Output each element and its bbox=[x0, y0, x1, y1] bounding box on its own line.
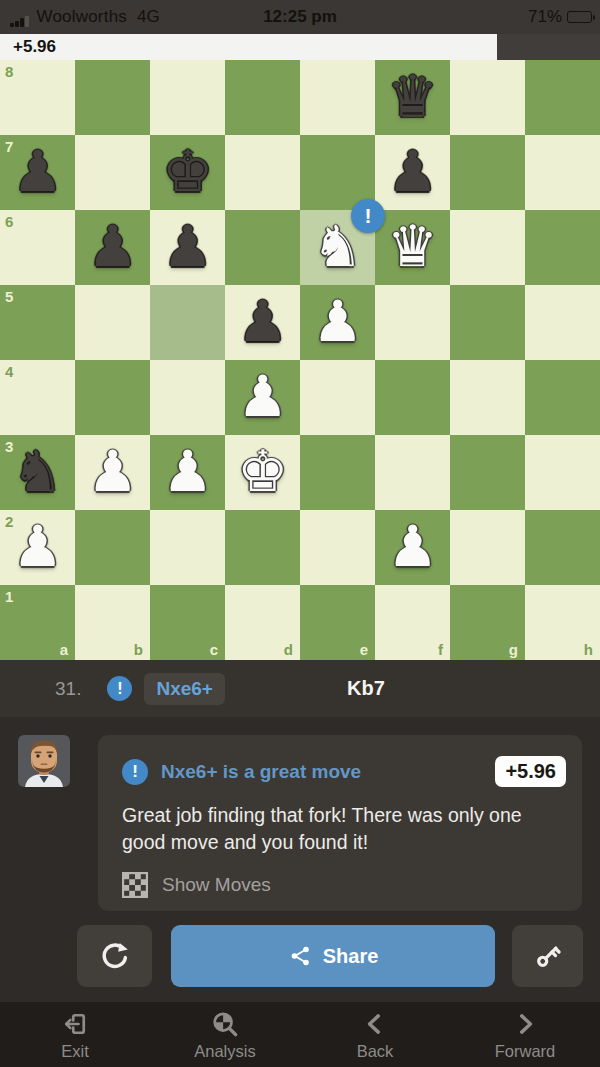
status-bar: Woolworths 4G 12:25 pm 71% bbox=[0, 0, 600, 34]
app-screen: Woolworths 4G 12:25 pm 71% +5.96 8♛♟7♚♟6… bbox=[0, 0, 600, 1067]
square-h8[interactable] bbox=[525, 60, 600, 135]
piece-black-pawn[interactable]: ♟ bbox=[75, 210, 150, 285]
square-f3[interactable] bbox=[375, 435, 450, 510]
square-d4[interactable]: ♟ bbox=[225, 360, 300, 435]
square-h5[interactable] bbox=[525, 285, 600, 360]
square-h7[interactable] bbox=[525, 135, 600, 210]
square-d7[interactable] bbox=[225, 135, 300, 210]
square-e2[interactable] bbox=[300, 510, 375, 585]
square-f1[interactable]: f bbox=[375, 585, 450, 660]
square-g6[interactable] bbox=[450, 210, 525, 285]
battery-icon bbox=[567, 11, 592, 23]
square-b7[interactable] bbox=[75, 135, 150, 210]
file-label-d: d bbox=[284, 641, 293, 658]
rank-label-6: 6 bbox=[5, 213, 13, 230]
action-buttons: Share bbox=[0, 925, 600, 987]
key-button[interactable] bbox=[512, 925, 583, 987]
coach-title: Nxe6+ is a great move bbox=[161, 761, 361, 783]
square-c7[interactable]: ♚ bbox=[150, 135, 225, 210]
square-a5[interactable]: 5 bbox=[0, 285, 75, 360]
key-icon bbox=[533, 941, 563, 971]
square-g4[interactable] bbox=[450, 360, 525, 435]
square-c4[interactable] bbox=[150, 360, 225, 435]
piece-white-pawn[interactable]: ♟ bbox=[375, 510, 450, 585]
mini-board-icon bbox=[122, 872, 148, 898]
great-move-badge-icon: ! bbox=[351, 199, 385, 233]
square-e1[interactable]: e bbox=[300, 585, 375, 660]
coach-panel: ! Nxe6+ is a great move +5.96 Great job … bbox=[0, 717, 600, 1002]
square-b4[interactable] bbox=[75, 360, 150, 435]
coach-avatar bbox=[18, 735, 70, 787]
square-b8[interactable] bbox=[75, 60, 150, 135]
nav-forward-label: Forward bbox=[495, 1042, 556, 1061]
move-bar: 31. ! Nxe6+ Kb7 bbox=[0, 660, 600, 717]
clock-label: 12:25 pm bbox=[0, 7, 600, 27]
square-h3[interactable] bbox=[525, 435, 600, 510]
square-d5[interactable]: ♟ bbox=[225, 285, 300, 360]
square-e8[interactable] bbox=[300, 60, 375, 135]
square-h4[interactable] bbox=[525, 360, 600, 435]
square-f2[interactable]: ♟ bbox=[375, 510, 450, 585]
file-label-h: h bbox=[584, 641, 593, 658]
square-g5[interactable] bbox=[450, 285, 525, 360]
file-label-g: g bbox=[509, 641, 518, 658]
rank-label-7: 7 bbox=[5, 138, 13, 155]
coach-card: ! Nxe6+ is a great move +5.96 Great job … bbox=[98, 735, 582, 911]
nav-analysis-label: Analysis bbox=[194, 1042, 255, 1061]
rank-label-3: 3 bbox=[5, 438, 13, 455]
square-a2[interactable]: ♟2 bbox=[0, 510, 75, 585]
square-d2[interactable] bbox=[225, 510, 300, 585]
retry-icon bbox=[99, 940, 131, 972]
square-g8[interactable] bbox=[450, 60, 525, 135]
square-c2[interactable] bbox=[150, 510, 225, 585]
square-e3[interactable] bbox=[300, 435, 375, 510]
square-b1[interactable]: b bbox=[75, 585, 150, 660]
file-label-b: b bbox=[134, 641, 143, 658]
evaluation-bar-white: +5.96 bbox=[0, 34, 497, 60]
file-label-c: c bbox=[210, 641, 218, 658]
piece-black-pawn[interactable]: ♟ bbox=[225, 285, 300, 360]
square-h6[interactable] bbox=[525, 210, 600, 285]
square-a4[interactable]: 4 bbox=[0, 360, 75, 435]
board-area: 8♛♟7♚♟6♟♟♞♛5♟♟4♟♞3♟♟♚♟2♟1abcdefgh ! bbox=[0, 60, 600, 660]
nav-exit[interactable]: Exit bbox=[0, 1002, 150, 1067]
share-icon bbox=[288, 944, 312, 968]
piece-white-pawn[interactable]: ♟ bbox=[150, 435, 225, 510]
square-e4[interactable] bbox=[300, 360, 375, 435]
square-f4[interactable] bbox=[375, 360, 450, 435]
piece-white-pawn[interactable]: ♟ bbox=[300, 285, 375, 360]
share-label: Share bbox=[323, 945, 379, 968]
square-d1[interactable]: d bbox=[225, 585, 300, 660]
evaluation-value: +5.96 bbox=[13, 37, 56, 57]
chess-board: 8♛♟7♚♟6♟♟♞♛5♟♟4♟♞3♟♟♚♟2♟1abcdefgh bbox=[0, 60, 600, 660]
great-move-icon: ! bbox=[122, 759, 148, 785]
square-h1[interactable]: h bbox=[525, 585, 600, 660]
square-d6[interactable] bbox=[225, 210, 300, 285]
move-white[interactable]: Nxe6+ bbox=[144, 673, 225, 705]
file-label-f: f bbox=[438, 641, 443, 658]
coach-message: Great job finding that fork! There was o… bbox=[122, 802, 566, 856]
nav-back[interactable]: Back bbox=[300, 1002, 450, 1067]
exit-icon bbox=[61, 1009, 89, 1039]
rank-label-8: 8 bbox=[5, 63, 13, 80]
square-f5[interactable] bbox=[375, 285, 450, 360]
square-b5[interactable] bbox=[75, 285, 150, 360]
piece-white-pawn[interactable]: ♟ bbox=[75, 435, 150, 510]
bottom-nav: Exit Analysis Back bbox=[0, 1002, 600, 1067]
square-c8[interactable] bbox=[150, 60, 225, 135]
nav-back-label: Back bbox=[357, 1042, 394, 1061]
file-label-a: a bbox=[60, 641, 68, 658]
square-a3[interactable]: ♞3 bbox=[0, 435, 75, 510]
analysis-icon bbox=[210, 1009, 240, 1039]
square-a1[interactable]: 1a bbox=[0, 585, 75, 660]
piece-black-pawn[interactable]: ♟ bbox=[150, 210, 225, 285]
square-f6[interactable]: ♛ bbox=[375, 210, 450, 285]
eval-score-badge: +5.96 bbox=[495, 756, 566, 787]
piece-white-king[interactable]: ♚ bbox=[225, 435, 300, 510]
square-a8[interactable]: 8 bbox=[0, 60, 75, 135]
show-moves-button[interactable]: Show Moves bbox=[122, 872, 566, 898]
nav-forward[interactable]: Forward bbox=[450, 1002, 600, 1067]
forward-icon bbox=[512, 1009, 538, 1039]
square-g3[interactable] bbox=[450, 435, 525, 510]
square-b6[interactable]: ♟ bbox=[75, 210, 150, 285]
square-c6[interactable]: ♟ bbox=[150, 210, 225, 285]
square-c5[interactable] bbox=[150, 285, 225, 360]
file-label-e: e bbox=[360, 641, 368, 658]
square-f7[interactable]: ♟ bbox=[375, 135, 450, 210]
square-d8[interactable] bbox=[225, 60, 300, 135]
evaluation-bar: +5.96 bbox=[0, 34, 600, 60]
square-c3[interactable]: ♟ bbox=[150, 435, 225, 510]
square-e5[interactable]: ♟ bbox=[300, 285, 375, 360]
square-b2[interactable] bbox=[75, 510, 150, 585]
move-black[interactable]: Kb7 bbox=[347, 677, 385, 700]
square-h2[interactable] bbox=[525, 510, 600, 585]
piece-black-king[interactable]: ♚ bbox=[150, 135, 225, 210]
share-button[interactable]: Share bbox=[171, 925, 495, 987]
move-number-label: 31. bbox=[55, 678, 81, 700]
rank-label-2: 2 bbox=[5, 513, 13, 530]
square-a7[interactable]: ♟7 bbox=[0, 135, 75, 210]
rank-label-5: 5 bbox=[5, 288, 13, 305]
nav-exit-label: Exit bbox=[61, 1042, 89, 1061]
square-b3[interactable]: ♟ bbox=[75, 435, 150, 510]
retry-button[interactable] bbox=[77, 925, 152, 987]
square-g7[interactable] bbox=[450, 135, 525, 210]
back-icon bbox=[362, 1009, 388, 1039]
piece-black-queen[interactable]: ♛ bbox=[375, 60, 450, 135]
piece-black-pawn[interactable]: ♟ bbox=[375, 135, 450, 210]
rank-label-4: 4 bbox=[5, 363, 13, 380]
nav-analysis[interactable]: Analysis bbox=[150, 1002, 300, 1067]
move-quality-icon: ! bbox=[107, 676, 132, 701]
square-g1[interactable]: g bbox=[450, 585, 525, 660]
show-moves-label: Show Moves bbox=[162, 874, 271, 896]
rank-label-1: 1 bbox=[5, 588, 13, 605]
square-a6[interactable]: 6 bbox=[0, 210, 75, 285]
piece-white-pawn[interactable]: ♟ bbox=[225, 360, 300, 435]
square-c1[interactable]: c bbox=[150, 585, 225, 660]
square-f8[interactable]: ♛ bbox=[375, 60, 450, 135]
square-g2[interactable] bbox=[450, 510, 525, 585]
square-d3[interactable]: ♚ bbox=[225, 435, 300, 510]
piece-white-queen[interactable]: ♛ bbox=[375, 210, 450, 285]
